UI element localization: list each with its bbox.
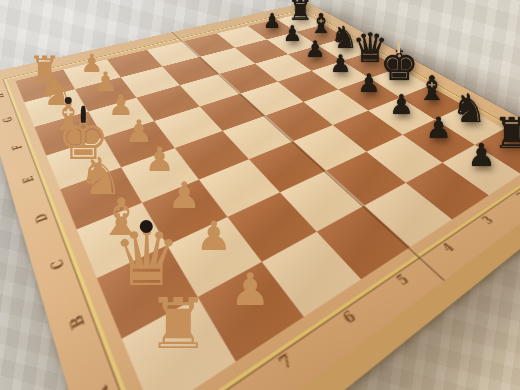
rank-label-6: 6 xyxy=(333,302,367,334)
chess-board: HGFEDCBA 87654321 xyxy=(0,2,520,390)
file-label-f: F xyxy=(6,140,28,155)
file-label-e: E xyxy=(16,171,40,189)
rank-label-4: 4 xyxy=(434,236,464,259)
rank-label-3: 3 xyxy=(474,210,502,230)
chessboard-photo-scene: HGFEDCBA 87654321 ♜♛♝♞♚♝♞♜♟♟♟♟♟♟♟♟♟♟♟♟♟♟… xyxy=(0,0,520,390)
rank-label-7: 7 xyxy=(268,344,305,382)
file-label-h: H xyxy=(0,91,9,102)
board-grid xyxy=(15,13,520,390)
file-label-g: G xyxy=(0,113,18,126)
file-label-b: B xyxy=(61,306,94,339)
rank-label-5: 5 xyxy=(387,267,419,294)
rank-label-2: 2 xyxy=(509,187,520,205)
file-label-d: D xyxy=(28,207,55,229)
file-label-c: C xyxy=(43,252,73,278)
file-label-a: A xyxy=(84,373,122,390)
